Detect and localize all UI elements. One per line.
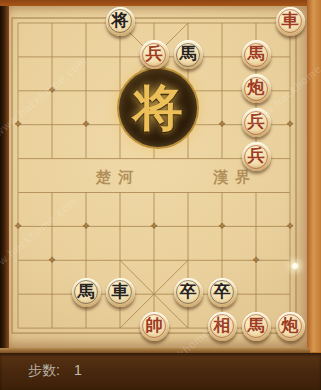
river-label-left: 楚河: [96, 168, 140, 187]
point-marker-icon: ❖: [11, 118, 25, 132]
move-count-label: 步数:: [28, 362, 60, 378]
piece-glyph: 馬: [248, 45, 265, 62]
piece-glyph: 馬: [78, 283, 95, 300]
piece-glyph: 馬: [180, 45, 197, 62]
point-marker-icon: ❖: [79, 219, 93, 233]
check-badge-glyph: 将: [133, 75, 183, 142]
piece-red-馬[interactable]: 馬: [242, 40, 271, 69]
point-marker-icon: ❖: [11, 219, 25, 233]
piece-glyph: 帥: [146, 317, 163, 334]
point-marker-icon: ❖: [283, 118, 297, 132]
piece-red-帥[interactable]: 帥: [140, 312, 169, 341]
piece-glyph: 卒: [180, 283, 197, 300]
piece-black-将[interactable]: 将: [106, 7, 135, 36]
point-marker-icon: ❖: [215, 118, 229, 132]
status-bar: 步数:1: [0, 353, 321, 390]
piece-glyph: 兵: [248, 147, 265, 164]
piece-glyph: 卒: [214, 283, 231, 300]
piece-glyph: 馬: [248, 317, 265, 334]
piece-glyph: 炮: [248, 79, 265, 96]
piece-glyph: 将: [112, 12, 129, 29]
xiangqi-board[interactable]: 楚河 漢界 ❖❖❖❖❖❖❖❖❖❖❖❖❖❖ 将 将車兵馬馬炮兵兵馬車卒卒帥相馬炮: [8, 6, 310, 348]
piece-glyph: 車: [112, 283, 129, 300]
point-marker-icon: ❖: [283, 219, 297, 233]
piece-black-馬[interactable]: 馬: [72, 278, 101, 307]
piece-glyph: 兵: [248, 113, 265, 130]
point-marker-icon: ❖: [45, 84, 59, 98]
piece-black-車[interactable]: 車: [106, 278, 135, 307]
check-announcement-badge: 将: [117, 67, 199, 149]
piece-red-兵[interactable]: 兵: [140, 40, 169, 69]
piece-red-相[interactable]: 相: [208, 312, 237, 341]
sparkle-effect: [291, 262, 299, 270]
point-marker-icon: ❖: [79, 118, 93, 132]
piece-glyph: 炮: [282, 317, 299, 334]
piece-red-車[interactable]: 車: [276, 7, 305, 36]
point-marker-icon: ❖: [249, 253, 263, 267]
xiangqi-app-screen: 楚河 漢界 ❖❖❖❖❖❖❖❖❖❖❖❖❖❖ 将 将車兵馬馬炮兵兵馬車卒卒帥相馬炮 …: [0, 0, 321, 390]
piece-glyph: 車: [282, 12, 299, 29]
piece-black-馬[interactable]: 馬: [174, 40, 203, 69]
piece-red-炮[interactable]: 炮: [276, 312, 305, 341]
frame-top: [0, 0, 321, 6]
move-count-value: 1: [74, 362, 82, 378]
river-label-right: 漢界: [213, 168, 257, 187]
piece-glyph: 相: [214, 317, 231, 334]
piece-glyph: 兵: [146, 45, 163, 62]
piece-red-馬[interactable]: 馬: [242, 312, 271, 341]
frame-left: [0, 0, 9, 352]
frame-right: [307, 0, 321, 352]
point-marker-icon: ❖: [215, 219, 229, 233]
piece-red-兵[interactable]: 兵: [242, 142, 271, 171]
piece-black-卒[interactable]: 卒: [174, 278, 203, 307]
point-marker-icon: ❖: [147, 219, 161, 233]
piece-black-卒[interactable]: 卒: [208, 278, 237, 307]
piece-red-炮[interactable]: 炮: [242, 74, 271, 103]
piece-red-兵[interactable]: 兵: [242, 108, 271, 137]
point-marker-icon: ❖: [45, 253, 59, 267]
